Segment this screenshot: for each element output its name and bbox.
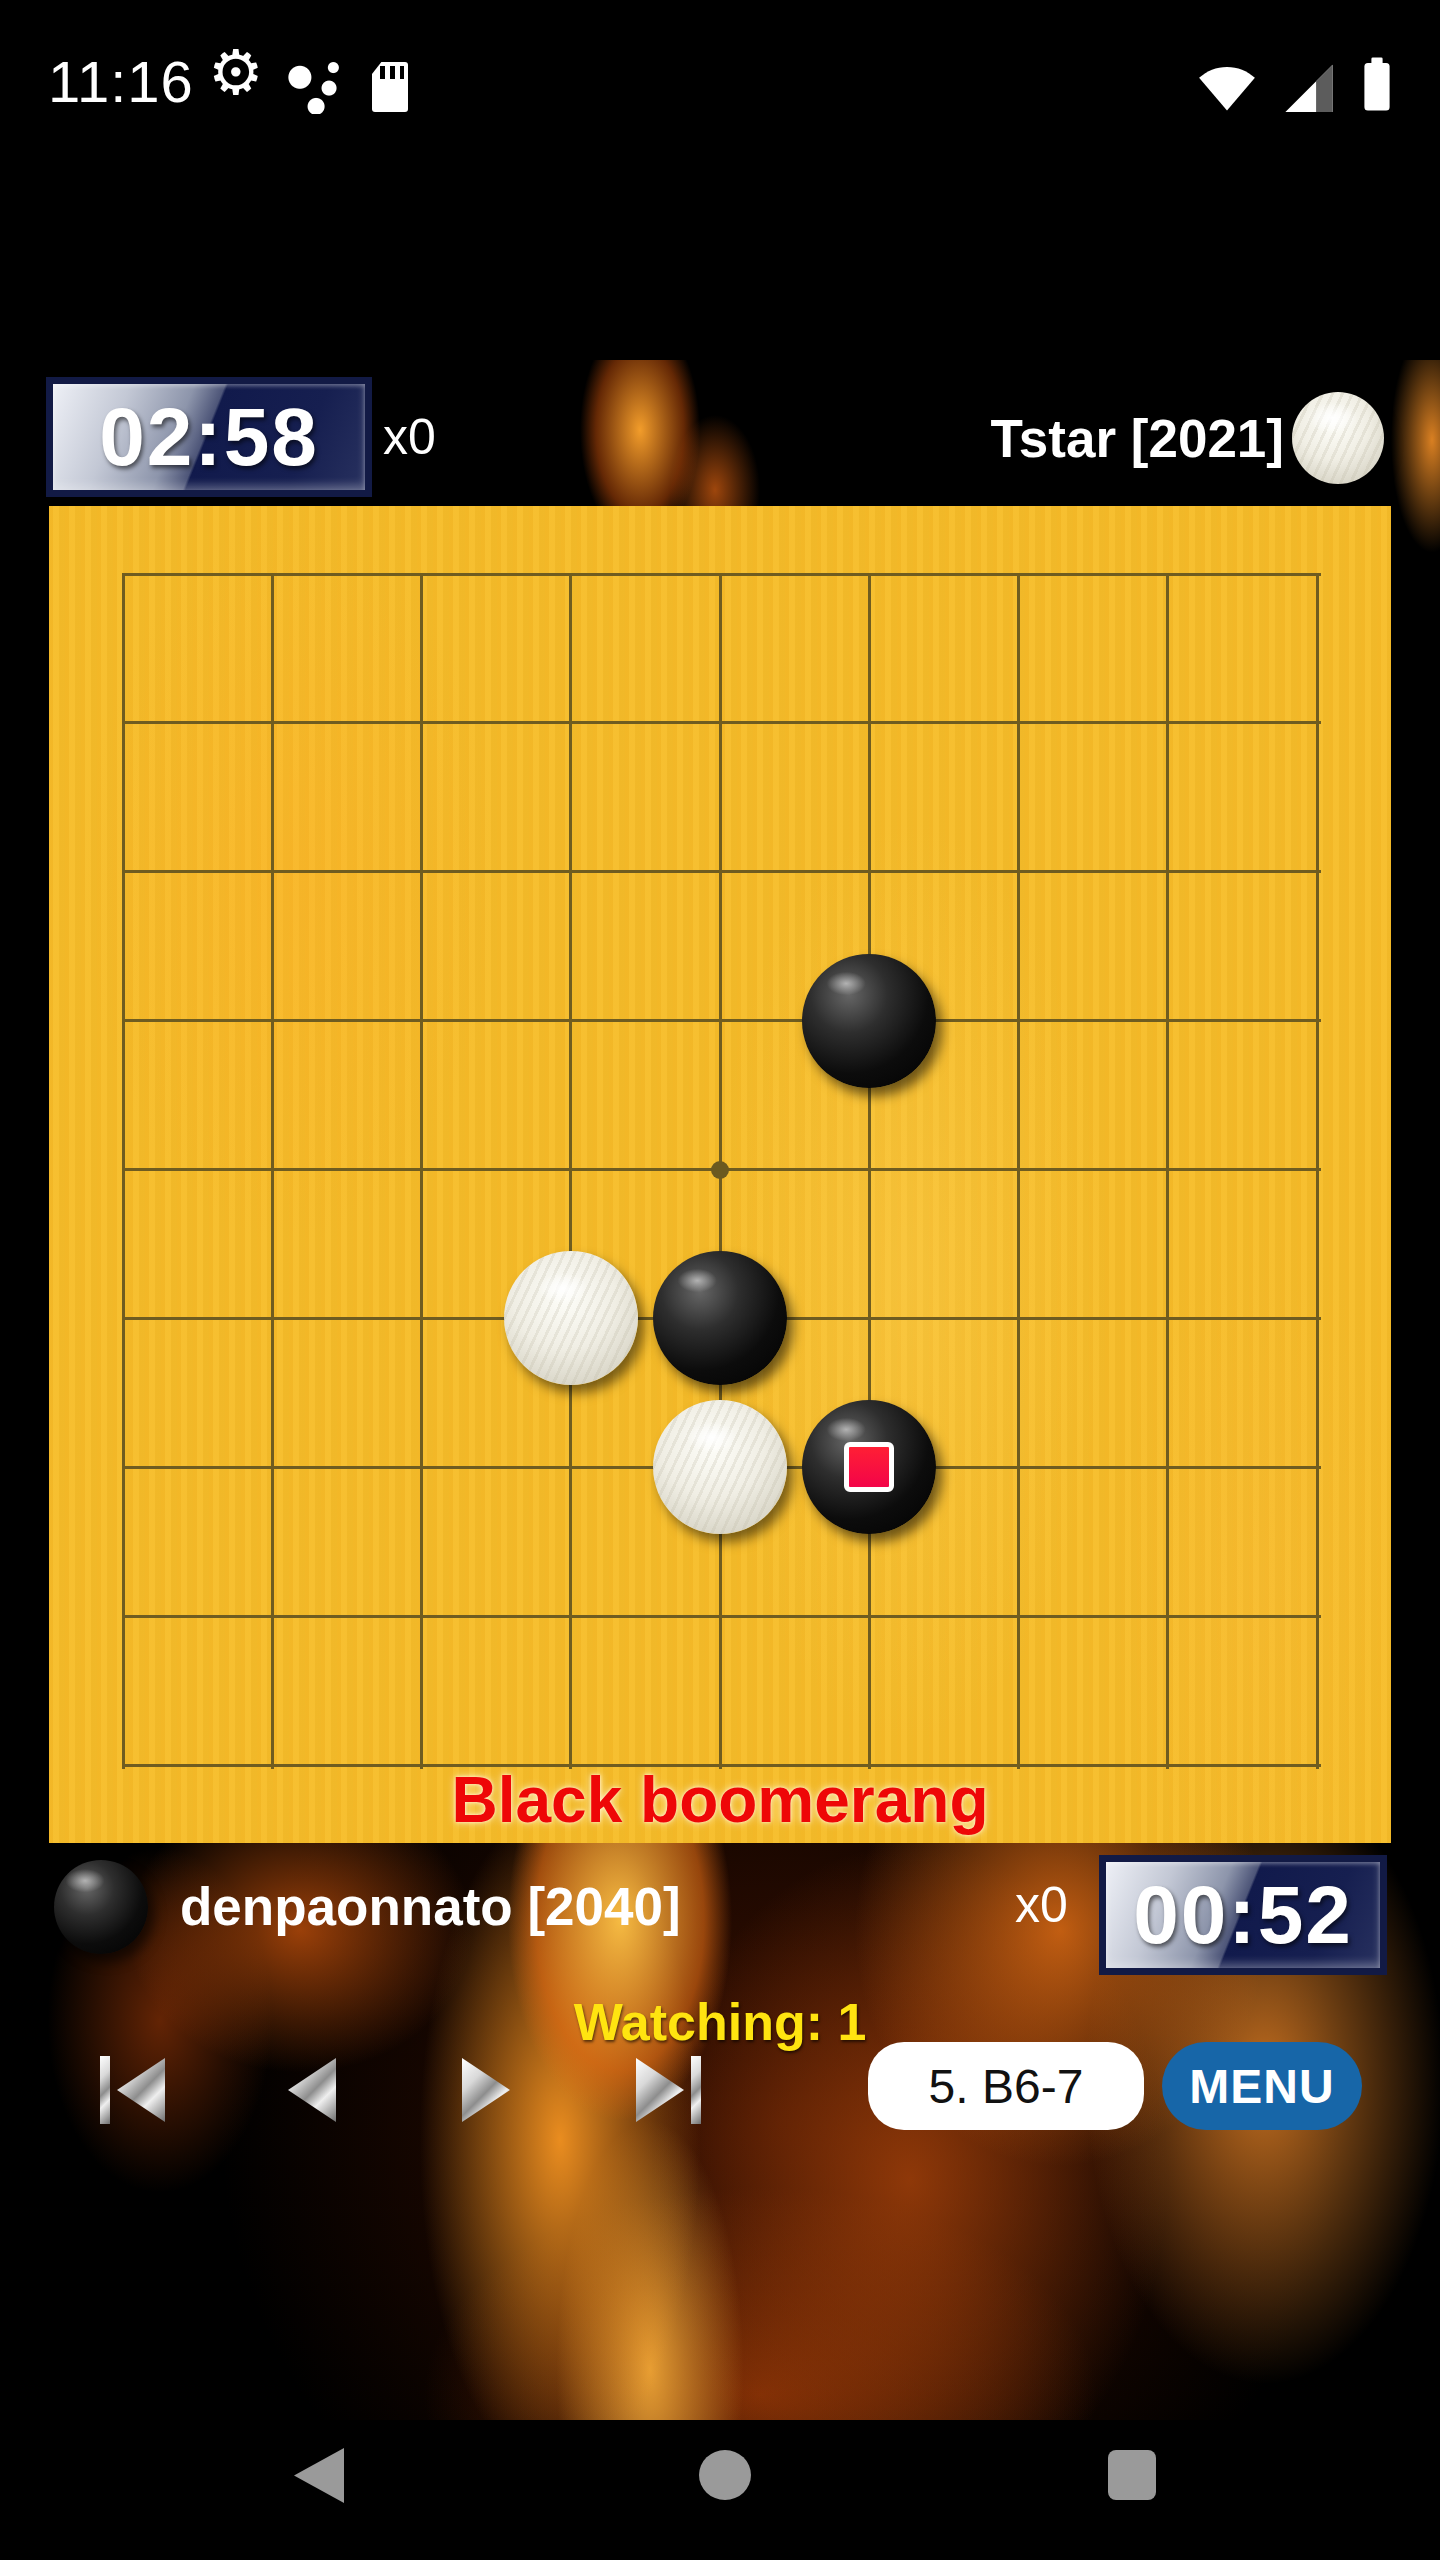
skip-end-bar-icon: [691, 2056, 701, 2124]
black-clock-time: 00:52: [1133, 1868, 1353, 1962]
cell-signal-icon: [1280, 60, 1338, 112]
last-move-button[interactable]: [636, 2052, 701, 2128]
grid-line-horizontal: [122, 870, 1321, 873]
black-stone-avatar: [54, 1860, 148, 1954]
grid-line-horizontal: [122, 1615, 1321, 1618]
black-stone: [653, 1251, 787, 1385]
grid-line-horizontal: [122, 721, 1321, 724]
android-nav-bar: [0, 2420, 1440, 2560]
black-player-clock: 00:52: [1099, 1855, 1387, 1975]
go-board[interactable]: Black boomerang: [49, 506, 1391, 1843]
board-message: Black boomerang: [49, 1763, 1391, 1837]
menu-button-label: MENU: [1189, 2059, 1334, 2114]
skip-end-triangle-icon: [636, 2058, 684, 2122]
android-back-button[interactable]: [294, 2448, 344, 2503]
white-stone-avatar: [1292, 392, 1384, 484]
grid-line-vertical: [868, 573, 871, 1769]
grid-line-vertical: [271, 573, 274, 1769]
android-recents-button[interactable]: [1108, 2450, 1156, 2500]
white-stone: [504, 1251, 638, 1385]
previous-triangle-icon: [288, 2058, 336, 2122]
white-player-name: Tstar [2021]: [990, 408, 1284, 469]
grid-line-vertical: [1166, 573, 1169, 1769]
sd-card-icon: [372, 62, 408, 112]
gear-icon: ⚙: [208, 36, 264, 109]
white-clock-time: 02:58: [99, 390, 319, 484]
status-time: 11:16: [48, 48, 194, 115]
black-overtime-count: x0: [1015, 1876, 1068, 1934]
android-home-button[interactable]: [699, 2450, 751, 2500]
black-stone: [802, 1400, 936, 1534]
sd-card-slots: [380, 66, 404, 79]
grid-line-vertical: [420, 573, 423, 1769]
next-move-button[interactable]: [462, 2052, 510, 2128]
white-player-clock: 02:58: [46, 377, 372, 497]
app-screen: 11:16 ⚙ 02:58 x0 Tstar [2021] Black boom…: [0, 0, 1440, 2560]
white-stone: [653, 1400, 787, 1534]
grid-line-vertical: [122, 573, 125, 1769]
board-grid: [123, 574, 1317, 1765]
black-stone: [802, 954, 936, 1088]
battery-icon: [1360, 56, 1394, 112]
grid-line-vertical: [1017, 573, 1020, 1769]
wifi-icon: [1196, 60, 1258, 112]
star-point: [711, 1161, 729, 1179]
assistant-dots-icon: [288, 60, 342, 114]
first-move-button[interactable]: [100, 2052, 165, 2128]
grid-line-vertical: [569, 573, 572, 1769]
grid-line-horizontal: [122, 1019, 1321, 1022]
move-number-display[interactable]: 5. B6-7: [868, 2042, 1144, 2130]
grid-line-vertical: [1316, 573, 1319, 1769]
previous-move-button[interactable]: [288, 2052, 336, 2128]
skip-start-triangle-icon: [117, 2058, 165, 2122]
status-bar: 11:16 ⚙: [0, 0, 1440, 130]
skip-start-bar-icon: [100, 2056, 110, 2124]
move-number-label: 5. B6-7: [929, 2059, 1084, 2114]
menu-button[interactable]: MENU: [1162, 2042, 1362, 2130]
next-triangle-icon: [462, 2058, 510, 2122]
white-overtime-count: x0: [383, 408, 436, 466]
status-right-icons: [1196, 56, 1394, 112]
grid-line-horizontal: [122, 573, 1321, 576]
black-player-name: denpaonnato [2040]: [180, 1876, 681, 1937]
last-move-marker-icon: [844, 1442, 894, 1492]
